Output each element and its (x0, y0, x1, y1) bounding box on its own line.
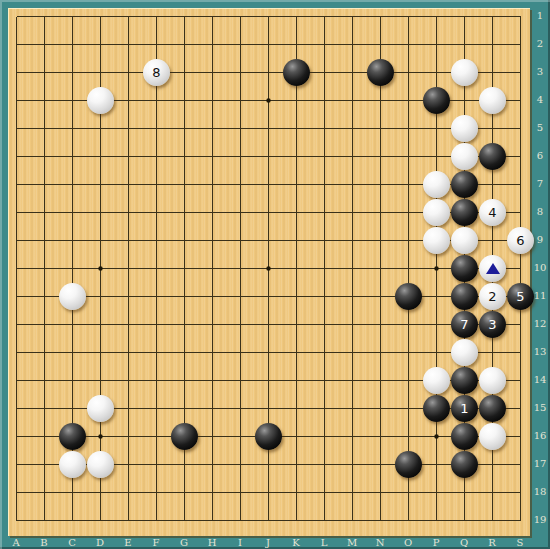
col-label-L: L (315, 537, 333, 548)
hoshi-J16 (266, 434, 270, 438)
col-label-D: D (91, 537, 109, 548)
row-label-10: 10 (531, 262, 549, 273)
row-label-11: 11 (531, 290, 549, 301)
col-label-B: B (35, 537, 53, 548)
hoshi-P4 (434, 98, 438, 102)
col-label-C: C (63, 537, 81, 548)
row-label-4: 4 (531, 94, 549, 105)
row-label-1: 1 (531, 10, 549, 21)
row-label-12: 12 (531, 318, 549, 329)
row-label-6: 6 (531, 150, 549, 161)
col-label-K: K (287, 537, 305, 548)
col-label-G: G (175, 537, 193, 548)
row-label-8: 8 (531, 206, 549, 217)
hoshi-J4 (266, 98, 270, 102)
col-label-O: O (399, 537, 417, 548)
row-label-2: 2 (531, 38, 549, 49)
hoshi-D10 (98, 266, 102, 270)
row-label-7: 7 (531, 178, 549, 189)
row-label-9: 9 (531, 234, 549, 245)
col-label-H: H (203, 537, 221, 548)
col-label-S: S (511, 537, 529, 548)
row-label-17: 17 (531, 458, 549, 469)
row-label-16: 16 (531, 430, 549, 441)
col-label-P: P (427, 537, 445, 548)
row-label-13: 13 (531, 346, 549, 357)
go-board[interactable] (8, 8, 530, 536)
col-label-F: F (147, 537, 165, 548)
hoshi-D16 (98, 434, 102, 438)
row-label-15: 15 (531, 402, 549, 413)
col-label-J: J (259, 537, 277, 548)
row-label-5: 5 (531, 122, 549, 133)
col-label-M: M (343, 537, 361, 548)
col-label-A: A (7, 537, 25, 548)
col-label-R: R (483, 537, 501, 548)
hoshi-D4 (98, 98, 102, 102)
col-label-Q: Q (455, 537, 473, 548)
col-label-N: N (371, 537, 389, 548)
row-label-14: 14 (531, 374, 549, 385)
col-label-I: I (231, 537, 249, 548)
hoshi-P16 (434, 434, 438, 438)
col-label-E: E (119, 537, 137, 548)
grid-lines (8, 8, 530, 536)
hoshi-P10 (434, 266, 438, 270)
goban-widget: 84625731 ABCDEFGHIJKLMNOPQRS123456789101… (0, 0, 550, 549)
row-label-3: 3 (531, 66, 549, 77)
row-label-18: 18 (531, 486, 549, 497)
hoshi-J10 (266, 266, 270, 270)
row-label-19: 19 (531, 514, 549, 525)
